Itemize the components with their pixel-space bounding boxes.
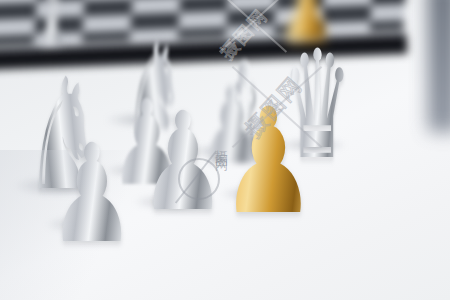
chess-photo: ♝♟♞♛♝♟♞♟♟♟♟ 摄图网 摄图网 摄图网 [0,0,450,300]
background-object-blur [428,0,450,132]
pawn-piece-gold-hero: ♟ [220,88,317,234]
pawn-piece-silver-frontmost: ♟ [48,126,136,262]
pawn-piece-silver-right: ♟ [139,94,227,230]
